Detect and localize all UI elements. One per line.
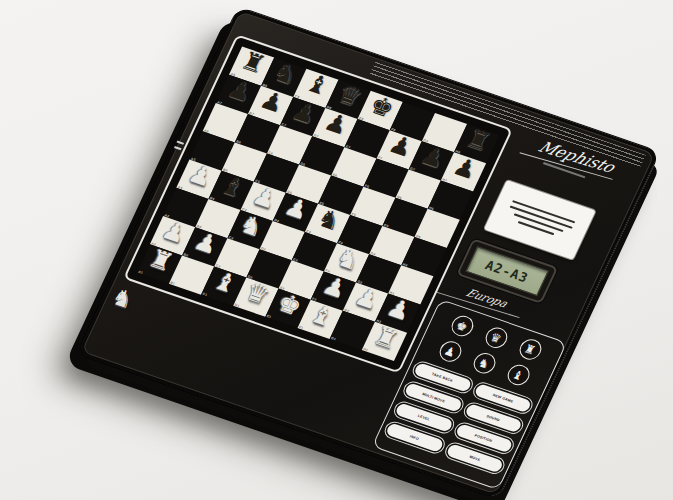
square-coordinate: G1 — [331, 336, 337, 341]
bishop-key[interactable]: ♝ — [504, 362, 533, 388]
function-key-label: POSITION — [475, 434, 494, 443]
lcd-move-text: A2-A3 — [483, 257, 531, 285]
pawn-key[interactable]: ♟ — [436, 338, 465, 364]
function-key-label: MULTI MOVE — [421, 392, 445, 403]
function-key-label: INFO — [409, 434, 419, 440]
knight-key[interactable]: ♞ — [470, 350, 499, 376]
king-key[interactable]: ♚ — [448, 313, 477, 339]
chess-computer: A8B8C8D8E8F8G8H8A7B7C7D7E7F7G7H7A6B6C6D6… — [76, 6, 661, 500]
function-key-label: MOVE — [469, 455, 481, 462]
square-coordinate: B1 — [170, 281, 176, 286]
function-key-label: SOUND — [486, 414, 500, 422]
photo-background: A8B8C8D8E8F8G8H8A7B7C7D7E7F7G7H7A6B6C6D6… — [0, 0, 673, 500]
function-key-label: LEVEL — [417, 414, 430, 421]
rook-key[interactable]: ♜ — [516, 336, 545, 362]
bezel-highlight-knight: ♞ — [108, 283, 139, 313]
function-key-label: TAKE BACK — [431, 372, 453, 382]
function-key-label: NEW GAME — [492, 393, 514, 403]
queen-key[interactable]: ♛ — [482, 325, 511, 351]
label-card — [484, 180, 596, 260]
